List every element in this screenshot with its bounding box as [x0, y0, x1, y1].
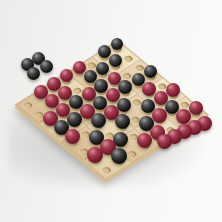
peg-black-r0c3[interactable] [144, 65, 157, 78]
peg-black-r0c0[interactable] [111, 38, 123, 50]
peg-black-r3c4[interactable] [117, 98, 131, 112]
peg-black-r4c5[interactable] [115, 114, 130, 129]
product-photo-scene [0, 0, 222, 222]
peg-red-r2c6[interactable] [152, 108, 167, 123]
peg-red-r0c7[interactable] [189, 101, 203, 115]
peg-black-offboard-2[interactable] [40, 60, 53, 73]
peg-red-r0c5[interactable] [166, 83, 180, 97]
peg-black-r6c3[interactable] [67, 112, 82, 127]
peg-red-r7c6[interactable] [87, 147, 103, 163]
peg-black-r5c4[interactable] [91, 113, 106, 128]
peg-black-r1c1[interactable] [109, 54, 122, 67]
peg-red-r4c7[interactable] [137, 133, 152, 148]
peg-black-r2c1[interactable] [96, 62, 109, 75]
peg-red-r4c0[interactable] [60, 69, 73, 82]
peg-black-offboard-3[interactable] [27, 67, 40, 80]
peg-red-offboard-0[interactable] [157, 134, 172, 149]
peg-black-r2c3[interactable] [118, 80, 132, 94]
peg-black-r6c7[interactable] [111, 148, 127, 164]
peg-red-r7c4[interactable] [65, 129, 80, 144]
